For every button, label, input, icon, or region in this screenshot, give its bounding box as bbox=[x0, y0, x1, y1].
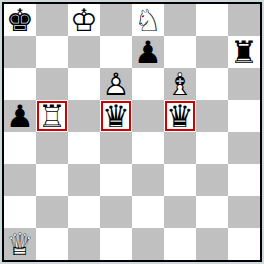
square-b5[interactable]: ♜♖ bbox=[36, 100, 68, 132]
square-e2[interactable] bbox=[132, 196, 164, 228]
square-f6[interactable]: ♝♗ bbox=[164, 68, 196, 100]
black-queen-glyph: ♛ bbox=[164, 100, 196, 132]
black-king-glyph: ♚ bbox=[4, 4, 36, 36]
square-d8[interactable] bbox=[100, 4, 132, 36]
square-a4[interactable] bbox=[4, 132, 36, 164]
board-outer-frame: ♚♚♔♞♘♟♜♟♙♝♗♟♜♖♛♛♛♕ bbox=[0, 0, 264, 264]
square-a6[interactable] bbox=[4, 68, 36, 100]
piece-white-bishop[interactable]: ♝♗ bbox=[164, 68, 196, 100]
square-h4[interactable] bbox=[228, 132, 260, 164]
square-a8[interactable]: ♚ bbox=[4, 4, 36, 36]
square-h7[interactable]: ♜ bbox=[228, 36, 260, 68]
square-f3[interactable] bbox=[164, 164, 196, 196]
piece-white-queen[interactable]: ♛♕ bbox=[4, 228, 36, 260]
square-g1[interactable] bbox=[196, 228, 228, 260]
white-pawn-glyph: ♙ bbox=[100, 68, 132, 100]
square-h1[interactable] bbox=[228, 228, 260, 260]
white-king-glyph: ♔ bbox=[68, 4, 100, 36]
square-c7[interactable] bbox=[68, 36, 100, 68]
white-queen-glyph: ♕ bbox=[4, 228, 36, 260]
square-g5[interactable] bbox=[196, 100, 228, 132]
piece-white-rook[interactable]: ♜♖ bbox=[36, 100, 68, 132]
piece-black-king[interactable]: ♚ bbox=[4, 4, 36, 36]
square-f7[interactable] bbox=[164, 36, 196, 68]
chess-board: ♚♚♔♞♘♟♜♟♙♝♗♟♜♖♛♛♛♕ bbox=[4, 4, 260, 260]
square-h3[interactable] bbox=[228, 164, 260, 196]
square-g4[interactable] bbox=[196, 132, 228, 164]
square-f5[interactable]: ♛ bbox=[164, 100, 196, 132]
square-c8[interactable]: ♚♔ bbox=[68, 4, 100, 36]
square-e6[interactable] bbox=[132, 68, 164, 100]
white-knight-glyph: ♘ bbox=[132, 4, 164, 36]
square-f8[interactable] bbox=[164, 4, 196, 36]
square-d3[interactable] bbox=[100, 164, 132, 196]
piece-white-king[interactable]: ♚♔ bbox=[68, 4, 100, 36]
black-pawn-glyph: ♟ bbox=[4, 100, 36, 132]
square-b7[interactable] bbox=[36, 36, 68, 68]
piece-black-queen[interactable]: ♛ bbox=[164, 100, 196, 132]
square-g3[interactable] bbox=[196, 164, 228, 196]
square-e1[interactable] bbox=[132, 228, 164, 260]
square-b6[interactable] bbox=[36, 68, 68, 100]
black-queen-glyph: ♛ bbox=[100, 100, 132, 132]
square-d7[interactable] bbox=[100, 36, 132, 68]
square-g2[interactable] bbox=[196, 196, 228, 228]
board-border: ♚♚♔♞♘♟♜♟♙♝♗♟♜♖♛♛♛♕ bbox=[2, 2, 262, 262]
square-b8[interactable] bbox=[36, 4, 68, 36]
square-b4[interactable] bbox=[36, 132, 68, 164]
piece-black-rook[interactable]: ♜ bbox=[228, 36, 260, 68]
square-c2[interactable] bbox=[68, 196, 100, 228]
square-b1[interactable] bbox=[36, 228, 68, 260]
square-a2[interactable] bbox=[4, 196, 36, 228]
square-f4[interactable] bbox=[164, 132, 196, 164]
square-c5[interactable] bbox=[68, 100, 100, 132]
square-d4[interactable] bbox=[100, 132, 132, 164]
piece-black-pawn[interactable]: ♟ bbox=[132, 36, 164, 68]
square-e3[interactable] bbox=[132, 164, 164, 196]
piece-white-pawn[interactable]: ♟♙ bbox=[100, 68, 132, 100]
piece-white-knight[interactable]: ♞♘ bbox=[132, 4, 164, 36]
square-e8[interactable]: ♞♘ bbox=[132, 4, 164, 36]
square-d6[interactable]: ♟♙ bbox=[100, 68, 132, 100]
square-f2[interactable] bbox=[164, 196, 196, 228]
black-pawn-glyph: ♟ bbox=[132, 36, 164, 68]
square-g6[interactable] bbox=[196, 68, 228, 100]
square-d5[interactable]: ♛ bbox=[100, 100, 132, 132]
white-rook-glyph: ♖ bbox=[36, 100, 68, 132]
square-c3[interactable] bbox=[68, 164, 100, 196]
square-h5[interactable] bbox=[228, 100, 260, 132]
square-e4[interactable] bbox=[132, 132, 164, 164]
square-a1[interactable]: ♛♕ bbox=[4, 228, 36, 260]
square-f1[interactable] bbox=[164, 228, 196, 260]
square-b2[interactable] bbox=[36, 196, 68, 228]
white-bishop-glyph: ♗ bbox=[164, 68, 196, 100]
square-g7[interactable] bbox=[196, 36, 228, 68]
square-h2[interactable] bbox=[228, 196, 260, 228]
square-c4[interactable] bbox=[68, 132, 100, 164]
square-h6[interactable] bbox=[228, 68, 260, 100]
black-rook-glyph: ♜ bbox=[228, 36, 260, 68]
square-a5[interactable]: ♟ bbox=[4, 100, 36, 132]
square-b3[interactable] bbox=[36, 164, 68, 196]
piece-black-pawn[interactable]: ♟ bbox=[4, 100, 36, 132]
square-a3[interactable] bbox=[4, 164, 36, 196]
square-a7[interactable] bbox=[4, 36, 36, 68]
square-c1[interactable] bbox=[68, 228, 100, 260]
square-d2[interactable] bbox=[100, 196, 132, 228]
piece-black-queen[interactable]: ♛ bbox=[100, 100, 132, 132]
square-e7[interactable]: ♟ bbox=[132, 36, 164, 68]
square-e5[interactable] bbox=[132, 100, 164, 132]
square-g8[interactable] bbox=[196, 4, 228, 36]
square-c6[interactable] bbox=[68, 68, 100, 100]
square-h8[interactable] bbox=[228, 4, 260, 36]
square-d1[interactable] bbox=[100, 228, 132, 260]
